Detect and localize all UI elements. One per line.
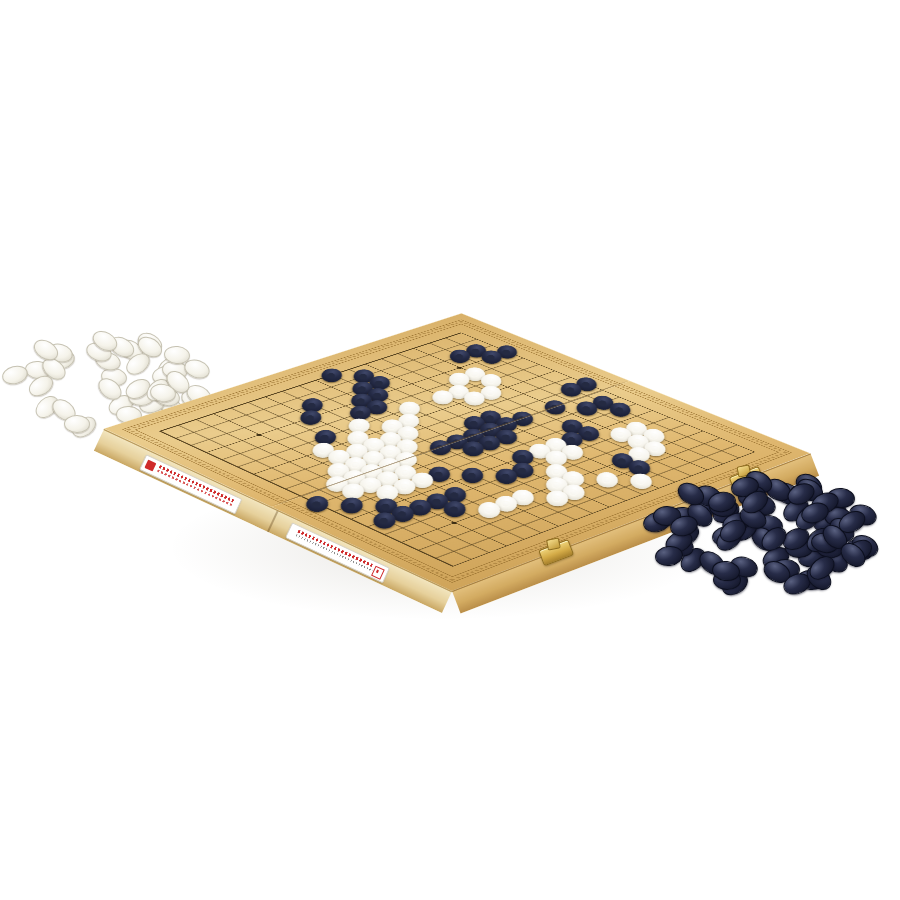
go-set-product-photo: ●●●●●●●●●○○○○●○○○○○●●○○○●●●●○●●○○○●●●●●○…: [0, 0, 900, 900]
black-stone-pile[interactable]: [0, 0, 900, 900]
